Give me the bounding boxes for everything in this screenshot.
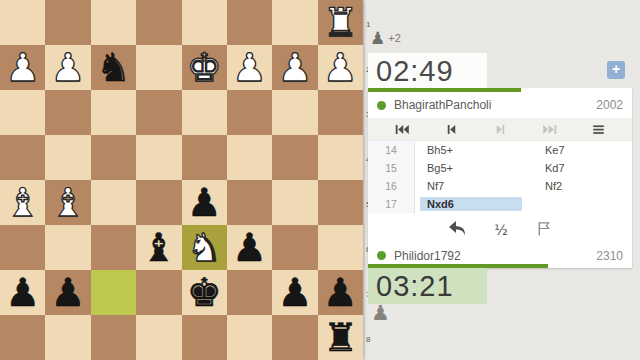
square[interactable]: ♟ bbox=[0, 45, 45, 90]
move-row: 16Nf7Nf2 bbox=[368, 177, 632, 195]
square[interactable]: ♟ bbox=[45, 45, 90, 90]
square[interactable] bbox=[272, 225, 317, 270]
player-bottom-row[interactable]: Philidor1792 2310 bbox=[368, 247, 632, 264]
move-row: 15Bg5+Kd7 bbox=[368, 159, 632, 177]
white-p-piece: ♟ bbox=[0, 45, 45, 90]
square[interactable] bbox=[0, 135, 45, 180]
square[interactable]: ♝ bbox=[0, 180, 45, 225]
square[interactable] bbox=[227, 90, 272, 135]
move-number: 14 bbox=[368, 141, 415, 159]
player-top-name: BhagirathPancholi bbox=[394, 98, 596, 112]
square[interactable]: ♟ bbox=[318, 45, 363, 90]
chess-board[interactable]: ♜♟♟♞♚♟♟♟♝♝♟♝♞♟♟♟♚♟♟♜ bbox=[0, 0, 363, 360]
square[interactable] bbox=[272, 315, 317, 360]
black-p-piece: ♟ bbox=[318, 270, 363, 315]
white-p-piece: ♟ bbox=[272, 45, 317, 90]
square[interactable]: ♟ bbox=[45, 270, 90, 315]
next-move-icon bbox=[493, 123, 508, 136]
white-move[interactable]: Nf7 bbox=[415, 180, 538, 192]
last-move-button[interactable] bbox=[534, 118, 564, 140]
square[interactable] bbox=[91, 270, 136, 315]
white-move[interactable]: Bh5+ bbox=[415, 144, 538, 156]
white-p-piece: ♟ bbox=[227, 45, 272, 90]
square[interactable] bbox=[136, 90, 181, 135]
online-dot bbox=[377, 101, 386, 110]
last-move-icon bbox=[542, 123, 557, 136]
square[interactable]: ♟ bbox=[318, 270, 363, 315]
black-p-piece: ♟ bbox=[227, 225, 272, 270]
square[interactable] bbox=[182, 0, 227, 45]
material-top: ♟ +2 bbox=[370, 28, 401, 48]
white-r-piece: ♜ bbox=[318, 0, 363, 45]
black-p-piece: ♟ bbox=[45, 270, 90, 315]
square[interactable]: ♟ bbox=[272, 270, 317, 315]
white-p-piece: ♟ bbox=[45, 45, 90, 90]
square[interactable]: ♜ bbox=[318, 315, 363, 360]
takeback-button[interactable] bbox=[448, 220, 467, 240]
move-number: 15 bbox=[368, 159, 415, 177]
white-move[interactable]: Bg5+ bbox=[415, 162, 538, 174]
resign-flag-icon bbox=[535, 220, 552, 237]
square[interactable] bbox=[318, 180, 363, 225]
black-n-piece: ♞ bbox=[91, 45, 136, 90]
square[interactable] bbox=[45, 0, 90, 45]
white-b-piece: ♝ bbox=[0, 180, 45, 225]
material-bottom: ♟ bbox=[371, 301, 390, 325]
menu-icon bbox=[591, 123, 606, 136]
player-bottom-name: Philidor1792 bbox=[394, 249, 596, 263]
square[interactable] bbox=[272, 0, 317, 45]
player-top-row[interactable]: BhagirathPancholi 2002 bbox=[368, 92, 632, 118]
square[interactable] bbox=[136, 180, 181, 225]
black-k-piece: ♚ bbox=[182, 270, 227, 315]
square[interactable] bbox=[227, 180, 272, 225]
online-dot bbox=[377, 251, 386, 260]
square[interactable]: ♟ bbox=[182, 180, 227, 225]
resign-button[interactable] bbox=[535, 220, 552, 241]
black-p-piece: ♟ bbox=[0, 270, 45, 315]
square[interactable] bbox=[136, 135, 181, 180]
black-move[interactable]: Nf2 bbox=[538, 180, 569, 192]
captured-pawn-icon: ♟ bbox=[370, 28, 385, 48]
square[interactable] bbox=[318, 90, 363, 135]
square[interactable] bbox=[136, 270, 181, 315]
square[interactable] bbox=[0, 90, 45, 135]
move-number: 16 bbox=[368, 177, 415, 195]
square[interactable] bbox=[91, 0, 136, 45]
black-p-piece: ♟ bbox=[182, 180, 227, 225]
square[interactable]: ♝ bbox=[45, 180, 90, 225]
square[interactable]: ♟ bbox=[0, 270, 45, 315]
white-k-piece: ♚ bbox=[182, 45, 227, 90]
rank-label: 8 bbox=[366, 335, 378, 344]
square[interactable] bbox=[272, 90, 317, 135]
square[interactable] bbox=[0, 315, 45, 360]
square[interactable]: ♞ bbox=[182, 225, 227, 270]
square[interactable]: ♟ bbox=[272, 45, 317, 90]
square[interactable] bbox=[272, 180, 317, 225]
black-r-piece: ♜ bbox=[318, 315, 363, 360]
first-move-button[interactable] bbox=[387, 118, 417, 140]
white-b-piece: ♝ bbox=[45, 180, 90, 225]
square[interactable] bbox=[318, 135, 363, 180]
game-screen: ♜♟♟♞♚♟♟♟♝♝♟♝♞♟♟♟♚♟♟♜ 12345678 ♟ +2 02:49… bbox=[0, 0, 640, 360]
move-row: 17Nxd6 bbox=[368, 195, 632, 213]
square[interactable] bbox=[227, 135, 272, 180]
move-navigation bbox=[368, 118, 632, 140]
action-bar: ½ bbox=[368, 213, 632, 247]
black-move[interactable]: Ke7 bbox=[538, 144, 572, 156]
player-top-rating: 2002 bbox=[596, 98, 623, 112]
white-move[interactable]: Nxd6 bbox=[415, 197, 538, 211]
square[interactable]: ♚ bbox=[182, 45, 227, 90]
square[interactable] bbox=[91, 180, 136, 225]
previous-move-icon bbox=[444, 123, 459, 136]
square[interactable]: ♟ bbox=[227, 225, 272, 270]
white-p-piece: ♟ bbox=[318, 45, 363, 90]
square[interactable] bbox=[91, 135, 136, 180]
square[interactable] bbox=[136, 315, 181, 360]
move-row: 14Bh5+Ke7 bbox=[368, 141, 632, 159]
square[interactable] bbox=[182, 315, 227, 360]
give-time-button[interactable]: + bbox=[607, 61, 625, 79]
square[interactable]: ♜ bbox=[318, 0, 363, 45]
square[interactable] bbox=[136, 0, 181, 45]
takeback-arrow-icon bbox=[448, 220, 467, 236]
black-b-piece: ♝ bbox=[136, 225, 181, 270]
square[interactable] bbox=[45, 315, 90, 360]
clock-top: 02:49 bbox=[368, 53, 487, 89]
square[interactable] bbox=[0, 225, 45, 270]
draw-offer-button[interactable]: ½ bbox=[494, 222, 508, 238]
square[interactable] bbox=[227, 315, 272, 360]
square[interactable] bbox=[45, 135, 90, 180]
square[interactable] bbox=[182, 90, 227, 135]
square[interactable] bbox=[45, 90, 90, 135]
captured-pawn-icon: ♟ bbox=[371, 301, 390, 325]
square[interactable]: ♚ bbox=[182, 270, 227, 315]
square[interactable] bbox=[272, 135, 317, 180]
square[interactable] bbox=[91, 225, 136, 270]
black-move[interactable]: Kd7 bbox=[538, 162, 572, 174]
player-bottom-rating: 2310 bbox=[596, 249, 623, 263]
square[interactable] bbox=[91, 315, 136, 360]
move-list[interactable]: 14Bh5+Ke715Bg5+Kd716Nf7Nf217Nxd6 bbox=[368, 140, 632, 213]
square[interactable] bbox=[182, 135, 227, 180]
square[interactable] bbox=[0, 0, 45, 45]
material-advantage: +2 bbox=[388, 32, 401, 44]
square[interactable] bbox=[91, 90, 136, 135]
square[interactable] bbox=[136, 45, 181, 90]
previous-move-button[interactable] bbox=[436, 118, 466, 140]
square[interactable]: ♟ bbox=[227, 45, 272, 90]
next-move-button[interactable] bbox=[485, 118, 515, 140]
clock-bottom: 03:21 bbox=[368, 268, 487, 304]
first-move-icon bbox=[395, 123, 410, 136]
square[interactable] bbox=[227, 270, 272, 315]
menu-button[interactable] bbox=[583, 118, 613, 140]
white-n-piece: ♞ bbox=[182, 225, 227, 270]
move-number: 17 bbox=[368, 195, 415, 213]
black-p-piece: ♟ bbox=[272, 270, 317, 315]
square[interactable]: ♝ bbox=[136, 225, 181, 270]
square[interactable] bbox=[227, 0, 272, 45]
square[interactable]: ♞ bbox=[91, 45, 136, 90]
game-panel: BhagirathPancholi 2002 14Bh5+Ke715Bg5+Kd… bbox=[368, 88, 632, 268]
square[interactable] bbox=[45, 225, 90, 270]
square[interactable] bbox=[318, 225, 363, 270]
